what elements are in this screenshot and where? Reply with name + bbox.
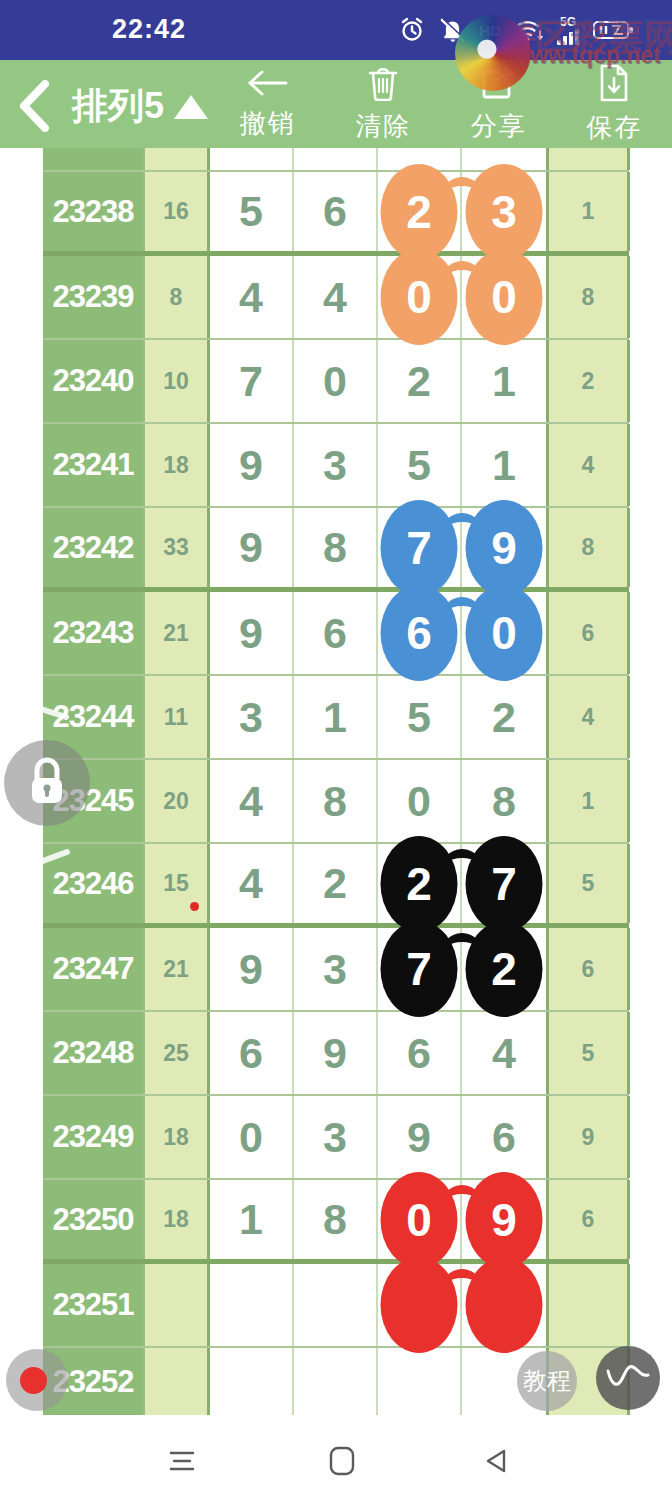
digit-cell[interactable] [378, 1264, 462, 1346]
digit-cell[interactable]: 4 [210, 760, 294, 842]
issue-cell: 23239 [43, 256, 143, 338]
digit-cell[interactable]: 9 [294, 1012, 378, 1094]
table-row: 232461542275 [43, 844, 629, 928]
table-row: 23251 [43, 1264, 629, 1348]
circle-mark: 9 [466, 1172, 543, 1268]
digit-cell[interactable]: 1 [546, 172, 630, 251]
digit-cell[interactable]: 8 [294, 1180, 378, 1259]
digit-cell[interactable]: 8 [294, 508, 378, 587]
digit-cell[interactable]: 1 [294, 676, 378, 758]
digit-cell[interactable]: 1 [462, 340, 546, 422]
issue-cell: 23241 [43, 424, 143, 506]
table-row: 23239844008 [43, 256, 629, 340]
digit-cell[interactable] [294, 1348, 378, 1415]
digit-cell[interactable]: 1 [462, 424, 546, 506]
digit-cell[interactable]: 9 [210, 508, 294, 587]
wave-icon [605, 1361, 651, 1395]
digit-cell[interactable]: 6 [210, 1012, 294, 1094]
scroll-hint-up-icon [10, 703, 72, 725]
digit-cell[interactable]: 3 [462, 172, 546, 251]
issue-cell: 23240 [43, 340, 143, 422]
digit-cell[interactable]: 0 [294, 340, 378, 422]
table-row: 232381656231 [43, 172, 629, 256]
digit-cell[interactable]: 6 [546, 592, 630, 674]
digit-cell[interactable]: 4 [210, 256, 294, 338]
tutorial-button[interactable]: 教程 [517, 1351, 577, 1411]
digit-cell[interactable]: 1 [546, 760, 630, 842]
share-icon [480, 65, 518, 105]
digit-cell[interactable]: 6 [378, 1012, 462, 1094]
digit-cell[interactable]: 9 [462, 508, 546, 587]
digit-cell[interactable]: 7 [378, 508, 462, 587]
sum-cell: 8 [143, 256, 210, 338]
sum-cell: 33 [143, 508, 210, 587]
digit-cell[interactable]: 2 [462, 676, 546, 758]
digit-cell[interactable]: 9 [210, 424, 294, 506]
issue-cell [43, 148, 143, 170]
clear-button[interactable]: 清除 [326, 60, 442, 148]
lock-icon [25, 755, 69, 811]
save-icon [598, 64, 630, 106]
circle-mark: 2 [381, 164, 458, 260]
table-row: 232441131524 [43, 676, 629, 760]
digit-cell[interactable]: 4 [546, 424, 630, 506]
digit-cell[interactable]: 9 [462, 1180, 546, 1259]
app-screen: 22:42 HD 5G [0, 0, 672, 1500]
pen-color-fab[interactable] [6, 1349, 68, 1411]
sum-cell: 20 [143, 760, 210, 842]
digit-cell[interactable]: 5 [378, 424, 462, 506]
digit-cell[interactable]: 2 [378, 340, 462, 422]
circle-mark: 2 [466, 921, 543, 1017]
digit-cell[interactable]: 4 [294, 256, 378, 338]
trend-chart-area: 2323816562312323984400823240107021223241… [0, 148, 672, 1415]
android-nav-bar [0, 1415, 672, 1500]
share-button[interactable]: 分享 [441, 60, 557, 148]
issue-cell: 23242 [43, 508, 143, 587]
digit-cell[interactable]: 5 [378, 676, 462, 758]
game-title-dropdown[interactable]: 排列5 [72, 82, 208, 131]
digit-cell[interactable]: 3 [210, 676, 294, 758]
issue-cell: 23238 [43, 172, 143, 251]
digit-cell[interactable]: 0 [378, 760, 462, 842]
circle-mark: 7 [381, 921, 458, 1017]
wave-tool-button[interactable] [596, 1346, 660, 1410]
digit-cell[interactable]: 4 [546, 676, 630, 758]
sum-cell: 18 [143, 1096, 210, 1178]
sum-cell: 18 [143, 1180, 210, 1259]
hd-icon: HD [479, 22, 501, 39]
sum-cell [143, 1348, 210, 1415]
digit-cell[interactable]: 9 [546, 1096, 630, 1178]
undo-arrow-icon [246, 68, 290, 102]
signal-5g-icon: 5G [557, 16, 579, 45]
digit-cell[interactable]: 0 [462, 592, 546, 674]
digit-cell[interactable]: 3 [294, 424, 378, 506]
circle-mark: 0 [466, 585, 543, 681]
issue-cell: 23249 [43, 1096, 143, 1178]
sum-cell: 18 [143, 424, 210, 506]
red-dot-annotation [190, 902, 199, 911]
circle-mark: 6 [381, 585, 458, 681]
page-title: 排列5 [72, 82, 164, 131]
circle-mark [381, 1257, 458, 1353]
digit-cell[interactable]: 3 [294, 928, 378, 1010]
digit-cell[interactable]: 2 [546, 340, 630, 422]
status-bar: 22:42 HD 5G [0, 0, 672, 60]
issue-cell: 23247 [43, 928, 143, 1010]
sum-cell: 15 [143, 844, 210, 923]
digit-cell[interactable]: 4 [210, 844, 294, 923]
digit-cell[interactable]: 8 [546, 256, 630, 338]
issue-cell: 23243 [43, 592, 143, 674]
circle-mark: 0 [466, 249, 543, 345]
circle-mark: 9 [466, 500, 543, 596]
wifi-icon [514, 17, 544, 43]
table-row: 232472193726 [43, 928, 629, 1012]
digit-cell[interactable]: 6 [378, 592, 462, 674]
sum-cell: 16 [143, 172, 210, 251]
circle-mark: 7 [466, 836, 543, 932]
digit-cell[interactable]: 8 [294, 760, 378, 842]
digit-cell[interactable]: 7 [378, 928, 462, 1010]
sum-cell [143, 1264, 210, 1346]
nav-menu-button[interactable] [158, 1439, 206, 1483]
digit-cell[interactable] [210, 148, 294, 170]
digit-cell[interactable]: 8 [546, 508, 630, 587]
table-row: 232432196606 [43, 592, 629, 676]
sum-cell: 10 [143, 340, 210, 422]
toolbar: 排列5 撤销 清除 [0, 60, 672, 148]
mute-icon [438, 17, 466, 43]
digit-cell[interactable] [546, 1264, 630, 1346]
digit-cell[interactable]: 7 [210, 340, 294, 422]
circle-mark [466, 1257, 543, 1353]
issue-cell: 23250 [43, 1180, 143, 1259]
sum-cell: 21 [143, 592, 210, 674]
draw-table: 2323816562312323984400823240107021223241… [43, 148, 629, 1415]
sum-cell [143, 148, 210, 170]
table-row: 232452048081 [43, 760, 629, 844]
digit-cell[interactable] [210, 1264, 294, 1346]
digit-cell[interactable]: 2 [378, 172, 462, 251]
digit-cell[interactable] [294, 148, 378, 170]
digit-cell[interactable]: 9 [210, 592, 294, 674]
nav-back-button[interactable] [472, 1439, 520, 1483]
caret-up-icon [174, 95, 208, 119]
circle-mark: 2 [381, 836, 458, 932]
digit-cell[interactable]: 9 [378, 1096, 462, 1178]
digit-cell[interactable]: 9 [210, 928, 294, 1010]
alarm-icon [399, 17, 425, 43]
sum-cell: 11 [143, 676, 210, 758]
table-row: 232482569645 [43, 1012, 629, 1096]
digit-cell[interactable]: 8 [462, 760, 546, 842]
table-row: 232411893514 [43, 424, 629, 508]
digit-cell[interactable]: 0 [378, 1180, 462, 1259]
trash-icon [366, 65, 400, 105]
table-row: 232491803969 [43, 1096, 629, 1180]
digit-cell[interactable]: 3 [294, 1096, 378, 1178]
save-button[interactable]: 保存 [557, 60, 672, 148]
pen-color-swatch [20, 1367, 47, 1394]
digit-cell[interactable] [462, 1264, 546, 1346]
circle-mark: 0 [381, 1172, 458, 1268]
table-row: 232401070212 [43, 340, 629, 424]
digit-cell[interactable]: 7 [462, 844, 546, 923]
table-row [43, 148, 629, 172]
lock-button[interactable] [4, 740, 90, 826]
nav-home-button[interactable] [318, 1439, 366, 1483]
issue-cell: 23251 [43, 1264, 143, 1346]
digit-cell[interactable]: 1 [210, 1180, 294, 1259]
digit-cell[interactable] [210, 1348, 294, 1415]
digit-cell[interactable]: 6 [294, 172, 378, 251]
table-row: 232501818096 [43, 1180, 629, 1264]
status-icons: HD 5G [399, 0, 634, 60]
sum-cell: 21 [143, 928, 210, 1010]
digit-cell[interactable]: 6 [546, 1180, 630, 1259]
digit-cell[interactable]: 5 [210, 172, 294, 251]
digit-cell[interactable] [378, 1348, 462, 1415]
sum-cell: 25 [143, 1012, 210, 1094]
digit-cell[interactable]: 6 [546, 928, 630, 1010]
back-button[interactable] [10, 78, 58, 134]
digit-cell[interactable]: 0 [378, 256, 462, 338]
clock-text: 22:42 [112, 14, 186, 45]
digit-cell[interactable]: 0 [210, 1096, 294, 1178]
table-row: 232423398798 [43, 508, 629, 592]
undo-button[interactable]: 撤销 [210, 60, 326, 148]
digit-cell[interactable]: 2 [462, 928, 546, 1010]
battery-icon [592, 18, 634, 42]
scroll-hint-down-icon [10, 846, 72, 868]
digit-cell[interactable] [294, 1264, 378, 1346]
digit-cell[interactable]: 6 [294, 592, 378, 674]
circle-mark: 7 [381, 500, 458, 596]
digit-cell[interactable]: 5 [546, 844, 630, 923]
toolbar-actions: 撤销 清除 分享 [210, 60, 672, 148]
digit-cell[interactable]: 2 [378, 844, 462, 923]
issue-cell: 23248 [43, 1012, 143, 1094]
digit-cell[interactable]: 2 [294, 844, 378, 923]
circle-mark: 0 [381, 249, 458, 345]
digit-cell[interactable]: 6 [462, 1096, 546, 1178]
circle-mark: 3 [466, 164, 543, 260]
digit-cell[interactable]: 5 [546, 1012, 630, 1094]
digit-cell[interactable]: 4 [462, 1012, 546, 1094]
digit-cell[interactable] [546, 148, 630, 170]
digit-cell[interactable]: 0 [462, 256, 546, 338]
